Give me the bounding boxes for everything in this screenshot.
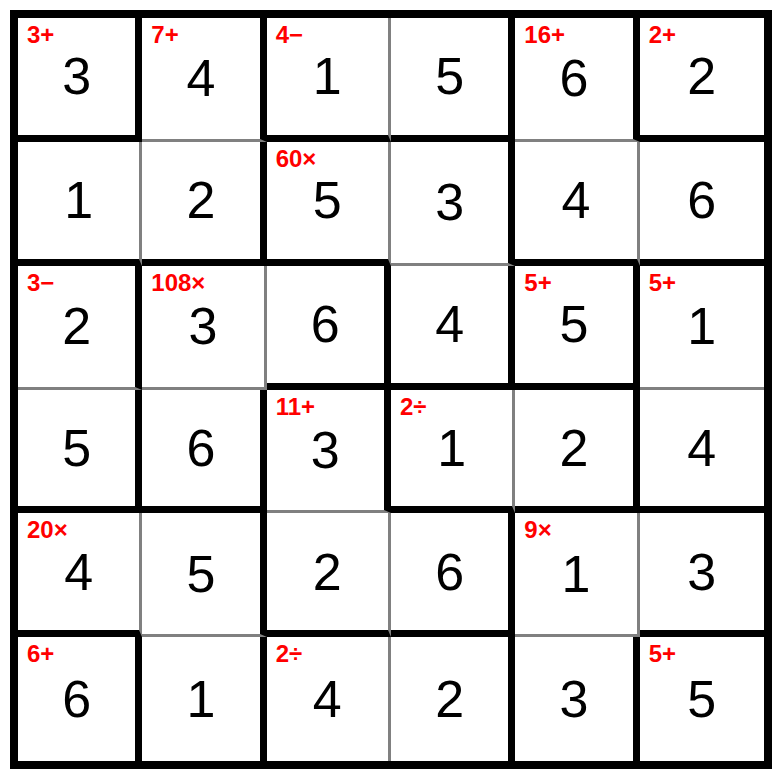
cell-digit: 6 <box>560 52 589 104</box>
cell-digit: 3 <box>687 546 716 598</box>
cage-clue: 5+ <box>649 641 676 667</box>
cage-clue: 60× <box>276 146 317 172</box>
cell-digit: 5 <box>687 673 716 725</box>
cell-r2c5[interactable]: 4 <box>515 142 639 266</box>
cell-digit: 2 <box>560 422 589 474</box>
cell-r4c1[interactable]: 5 <box>18 390 142 514</box>
cage-clue: 5+ <box>524 270 551 296</box>
cell-r6c5[interactable]: 3 <box>515 637 639 761</box>
cell-digit: 3 <box>560 673 589 725</box>
cell-digit: 4 <box>64 546 93 598</box>
kenken-board: 3+37+44−1516+62+21260×53463−2108×3645+55… <box>10 10 772 769</box>
cell-r4c4[interactable]: 2÷1 <box>391 390 515 514</box>
cell-r6c1[interactable]: 6+6 <box>18 637 142 761</box>
cell-r2c2[interactable]: 2 <box>142 142 266 266</box>
cell-digit: 5 <box>62 422 91 474</box>
cell-digit: 1 <box>187 673 216 725</box>
cell-digit: 3 <box>435 176 464 228</box>
cage-clue: 9× <box>524 517 551 543</box>
cell-digit: 5 <box>187 548 216 600</box>
cage-clue: 7+ <box>151 22 178 48</box>
cell-r5c4[interactable]: 6 <box>391 513 515 637</box>
cell-r4c2[interactable]: 6 <box>142 390 266 514</box>
cell-digit: 2 <box>62 300 91 352</box>
cell-r4c5[interactable]: 2 <box>515 390 639 514</box>
cell-digit: 3 <box>189 300 218 352</box>
cell-digit: 6 <box>435 546 464 598</box>
cell-digit: 4 <box>435 298 464 350</box>
cell-digit: 1 <box>437 422 466 474</box>
cell-r3c3[interactable]: 6 <box>267 266 391 390</box>
cage-clue: 6+ <box>27 641 54 667</box>
cell-digit: 6 <box>62 673 91 725</box>
cell-r2c3[interactable]: 60×5 <box>267 142 391 266</box>
cell-digit: 2 <box>435 673 464 725</box>
cell-r2c1[interactable]: 1 <box>18 142 142 266</box>
cell-digit: 4 <box>687 422 716 474</box>
cell-digit: 6 <box>311 298 340 350</box>
cage-clue: 3+ <box>27 22 54 48</box>
cage-clue: 16+ <box>524 22 565 48</box>
cell-r6c6[interactable]: 5+5 <box>640 637 764 761</box>
cell-r4c6[interactable]: 4 <box>640 390 764 514</box>
cell-r2c6[interactable]: 6 <box>640 142 764 266</box>
cell-r5c5[interactable]: 9×1 <box>515 513 639 637</box>
cell-digit: 5 <box>560 298 589 350</box>
cell-digit: 3 <box>62 50 91 102</box>
cage-clue: 2÷ <box>276 641 303 667</box>
cage-clue: 4− <box>276 22 303 48</box>
cell-digit: 1 <box>313 50 342 102</box>
cage-clue: 3− <box>27 270 54 296</box>
cage-clue: 2÷ <box>400 394 427 420</box>
cell-r4c3[interactable]: 11+3 <box>267 390 391 514</box>
cell-r2c4[interactable]: 3 <box>391 142 515 266</box>
cell-r6c4[interactable]: 2 <box>391 637 515 761</box>
cell-digit: 5 <box>313 174 342 226</box>
cell-digit: 2 <box>187 174 216 226</box>
cell-r1c6[interactable]: 2+2 <box>640 18 764 142</box>
cage-clue: 108× <box>151 270 205 296</box>
cell-digit: 4 <box>562 174 591 226</box>
cage-clue: 2+ <box>649 22 676 48</box>
cell-r3c2[interactable]: 108×3 <box>142 266 266 390</box>
cell-r5c1[interactable]: 20×4 <box>18 513 142 637</box>
cell-r1c5[interactable]: 16+6 <box>515 18 639 142</box>
cell-digit: 1 <box>687 300 716 352</box>
cell-digit: 3 <box>311 424 340 476</box>
cell-digit: 2 <box>687 50 716 102</box>
cell-digit: 5 <box>435 50 464 102</box>
cell-r6c2[interactable]: 1 <box>142 637 266 761</box>
cell-digit: 6 <box>687 174 716 226</box>
cage-clue: 11+ <box>276 394 315 420</box>
cell-r1c3[interactable]: 4−1 <box>267 18 391 142</box>
cage-clue: 5+ <box>649 270 676 296</box>
cell-r6c3[interactable]: 2÷4 <box>267 637 391 761</box>
cell-digit: 1 <box>64 174 93 226</box>
cell-r5c6[interactable]: 3 <box>640 513 764 637</box>
cell-r3c4[interactable]: 4 <box>391 266 515 390</box>
cell-r3c6[interactable]: 5+1 <box>640 266 764 390</box>
cell-digit: 1 <box>562 548 591 600</box>
cell-r3c1[interactable]: 3−2 <box>18 266 142 390</box>
cage-clue: 20× <box>27 517 68 543</box>
cell-r3c5[interactable]: 5+5 <box>515 266 639 390</box>
cell-r1c1[interactable]: 3+3 <box>18 18 142 142</box>
cell-r1c2[interactable]: 7+4 <box>142 18 266 142</box>
cell-digit: 4 <box>313 673 342 725</box>
cell-r5c2[interactable]: 5 <box>142 513 266 637</box>
cell-digit: 2 <box>313 546 342 598</box>
cell-r5c3[interactable]: 2 <box>267 513 391 637</box>
cell-digit: 4 <box>187 52 216 104</box>
cell-r1c4[interactable]: 5 <box>391 18 515 142</box>
cell-digit: 6 <box>187 422 216 474</box>
